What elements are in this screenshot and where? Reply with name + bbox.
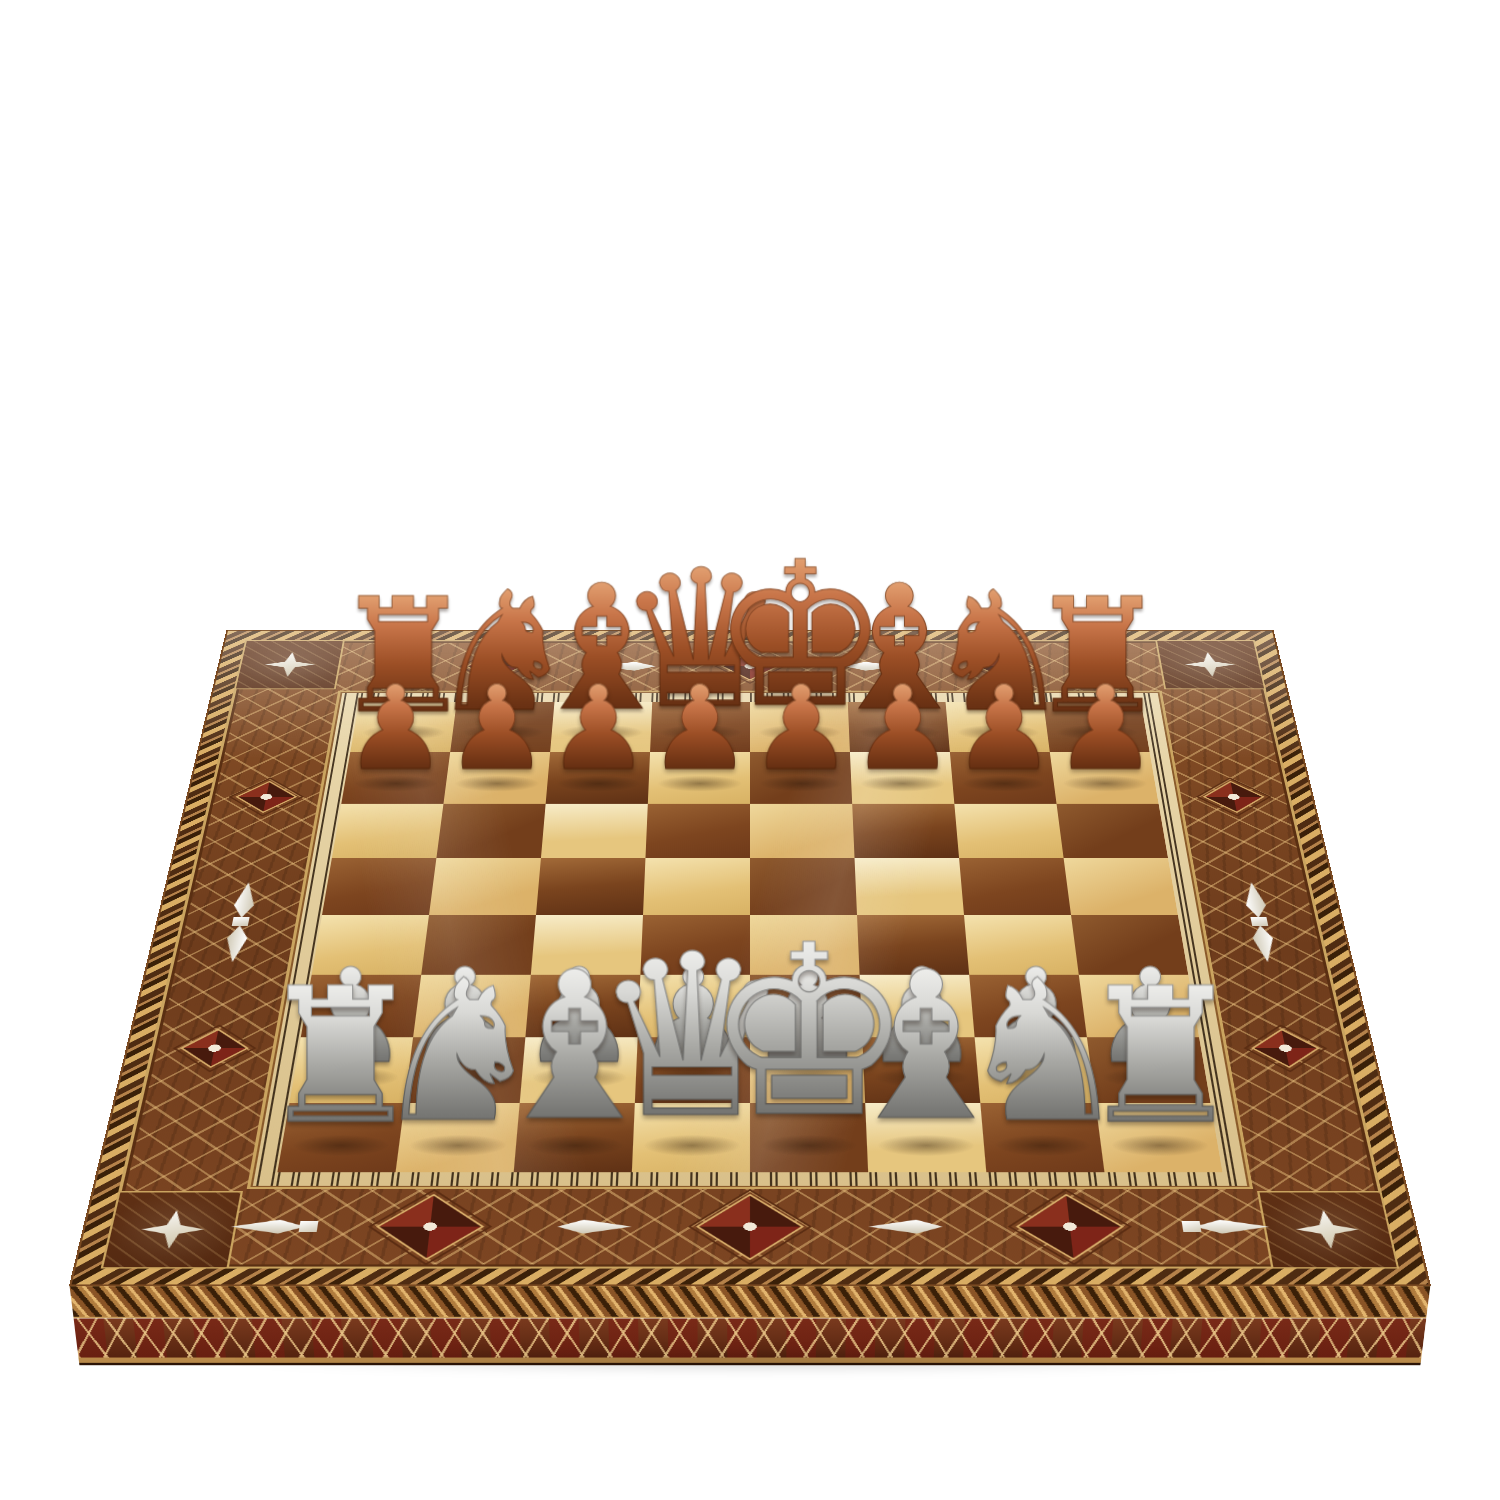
square-d8[interactable] [650,702,750,752]
red-mosaic-diamond [1251,1029,1320,1068]
corner-medallion [1257,1191,1399,1269]
mother-of-pearl-star-inlay [1182,652,1237,677]
square-h6[interactable] [1057,804,1169,858]
red-mosaic-diamond [721,652,779,681]
red-mosaic-diamond [180,1029,249,1068]
square-b5[interactable] [429,858,541,915]
mother-of-pearl-star-inlay [137,1210,208,1249]
square-f8[interactable] [848,702,950,752]
silver-r-glyph: ♜ [1077,963,1244,1149]
mother-of-pearl-inlay [231,882,258,918]
square-d6[interactable] [645,804,750,858]
corner-medallion [234,640,345,689]
square-c6[interactable] [541,804,648,858]
mother-of-pearl-star-inlay [262,652,317,677]
mother-of-pearl-inlay [299,1221,319,1232]
mother-of-pearl-inlay [1194,1220,1271,1234]
square-e7[interactable] [750,752,852,804]
square-c7[interactable] [546,752,650,804]
square-e6[interactable] [750,804,855,858]
mother-of-pearl-inlay [229,1220,306,1234]
square-f7[interactable] [850,752,954,804]
mother-of-pearl-inlay [844,662,904,671]
chess-board[interactable]: ♜♞♝♛♚♝♞♜♟♟♟♟♟♟♟♟♟♟♟♟♟♟♟♟♜♞♝♛♚♝♞♜ [72,631,1429,1285]
carved-rope-edge [69,1284,1430,1318]
mother-of-pearl-star-inlay [1292,1210,1363,1249]
mother-of-pearl-inlay [557,1220,632,1234]
mother-of-pearl-inlay [1241,882,1268,918]
red-mosaic-diamond [235,781,297,813]
chess-set-photo: ♜♞♝♛♚♝♞♜♟♟♟♟♟♟♟♟♟♟♟♟♟♟♟♟♜♞♝♛♚♝♞♜ [0,0,1500,1500]
red-mosaic-diamond [1016,1194,1124,1260]
red-mosaic-diamond [1203,781,1265,813]
corner-medallion [101,1191,243,1269]
square-h8[interactable] [1043,702,1149,752]
red-mosaic-diamond [976,652,1034,681]
square-a7[interactable] [341,752,450,804]
square-b7[interactable] [443,752,550,804]
red-mosaic-diamond [696,1194,804,1260]
mother-of-pearl-inlay [868,1220,943,1234]
square-d7[interactable] [648,752,750,804]
square-b6[interactable] [436,804,545,858]
square-e8[interactable] [750,702,850,752]
red-mosaic-diamond [465,652,523,681]
square-c8[interactable] [550,702,652,752]
square-h5[interactable] [1064,858,1178,915]
mother-of-pearl-inlay [222,925,250,962]
red-mosaic-diamond [376,1194,484,1260]
mother-of-pearl-inlay [596,662,656,671]
square-h7[interactable] [1050,752,1159,804]
square-a8[interactable] [350,702,456,752]
square-f6[interactable] [852,804,959,858]
square-g7[interactable] [950,752,1057,804]
mother-of-pearl-inlay [1250,925,1278,962]
square-g8[interactable] [946,702,1050,752]
mother-of-pearl-inlay [1182,1221,1202,1232]
square-a6[interactable] [332,804,444,858]
corner-medallion [1155,640,1266,689]
square-a5[interactable] [322,858,436,915]
mother-of-pearl-inlay [232,917,250,926]
ground-shadow [210,1348,1290,1374]
mother-of-pearl-inlay [1250,917,1268,926]
square-g5[interactable] [959,858,1071,915]
chess-board-wrap: ♜♞♝♛♚♝♞♜♟♟♟♟♟♟♟♟♟♟♟♟♟♟♟♟♜♞♝♛♚♝♞♜ [160,325,1340,1500]
square-g6[interactable] [954,804,1063,858]
square-b8[interactable] [450,702,554,752]
